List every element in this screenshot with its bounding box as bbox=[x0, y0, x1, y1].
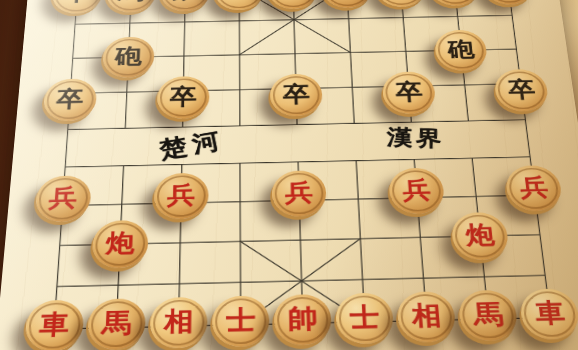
piece-label: 兵 bbox=[48, 186, 78, 210]
piece-black-horse[interactable]: 馬 bbox=[105, 0, 156, 13]
piece-red-soldier[interactable]: 兵 bbox=[153, 173, 208, 220]
piece-red-cannon[interactable]: 炮 bbox=[91, 220, 148, 269]
piece-red-advisor[interactable]: 士 bbox=[212, 295, 270, 347]
piece-black-soldier[interactable]: 卒 bbox=[42, 78, 97, 121]
piece-red-elephant[interactable]: 相 bbox=[396, 291, 457, 343]
piece-red-soldier[interactable]: 兵 bbox=[388, 168, 446, 215]
piece-black-advisor[interactable]: 士 bbox=[321, 0, 373, 8]
piece-label: 車 bbox=[64, 0, 91, 4]
piece-label: 士 bbox=[226, 307, 256, 334]
piece-label: 兵 bbox=[167, 183, 196, 207]
piece-red-advisor[interactable]: 士 bbox=[335, 292, 395, 344]
piece-black-chariot[interactable]: 車 bbox=[51, 0, 103, 14]
piece-red-soldier[interactable]: 兵 bbox=[34, 175, 92, 222]
xiangqi-photo-scene: 楚河 漢界 車馬象士將士象馬車砲砲卒卒卒卒卒兵兵兵兵兵炮炮車馬相士帥士相馬車 bbox=[0, 0, 578, 350]
piece-black-general[interactable]: 將 bbox=[268, 0, 319, 10]
piece-label: 馬 bbox=[472, 301, 504, 328]
piece-red-horse[interactable]: 馬 bbox=[458, 290, 520, 342]
board-intersections: 車馬象士將士象馬車砲砲卒卒卒卒卒兵兵兵兵兵炮炮車馬相士帥士相馬車 bbox=[21, 0, 578, 350]
piece-label: 馬 bbox=[101, 310, 132, 337]
piece-label: 象 bbox=[172, 0, 198, 1]
piece-black-soldier[interactable]: 卒 bbox=[382, 71, 437, 114]
piece-red-elephant[interactable]: 相 bbox=[149, 297, 207, 349]
piece-red-horse[interactable]: 馬 bbox=[86, 298, 145, 350]
piece-black-elephant[interactable]: 象 bbox=[160, 0, 210, 12]
xiangqi-board: 楚河 漢界 車馬象士將士象馬車砲砲卒卒卒卒卒兵兵兵兵兵炮炮車馬相士帥士相馬車 bbox=[0, 0, 578, 350]
piece-red-general[interactable]: 帥 bbox=[274, 294, 332, 346]
piece-red-chariot[interactable]: 車 bbox=[519, 288, 578, 340]
piece-red-soldier[interactable]: 兵 bbox=[504, 165, 564, 212]
piece-black-soldier[interactable]: 卒 bbox=[493, 69, 550, 112]
piece-label: 兵 bbox=[402, 178, 432, 202]
piece-label: 砲 bbox=[447, 39, 475, 60]
piece-label: 卒 bbox=[507, 78, 536, 100]
piece-black-cannon[interactable]: 砲 bbox=[102, 36, 155, 78]
piece-label: 卒 bbox=[282, 83, 309, 105]
piece-label: 卒 bbox=[56, 88, 84, 110]
piece-black-horse[interactable]: 馬 bbox=[428, 0, 481, 6]
piece-label: 卒 bbox=[395, 81, 423, 103]
piece-black-advisor[interactable]: 士 bbox=[214, 0, 264, 11]
piece-red-chariot[interactable]: 車 bbox=[24, 300, 85, 350]
piece-label: 士 bbox=[349, 304, 380, 331]
piece-label: 兵 bbox=[519, 175, 550, 199]
piece-red-cannon[interactable]: 炮 bbox=[451, 212, 511, 261]
piece-label: 炮 bbox=[105, 231, 135, 256]
piece-label: 車 bbox=[534, 300, 567, 327]
piece-label: 相 bbox=[411, 303, 442, 330]
piece-black-soldier[interactable]: 卒 bbox=[270, 74, 323, 117]
piece-red-soldier[interactable]: 兵 bbox=[272, 170, 327, 217]
piece-black-soldier[interactable]: 卒 bbox=[156, 76, 209, 119]
piece-label: 馬 bbox=[118, 0, 145, 3]
piece-label: 車 bbox=[38, 311, 69, 338]
piece-label: 相 bbox=[163, 308, 193, 335]
piece-black-elephant[interactable]: 象 bbox=[375, 0, 427, 7]
piece-black-cannon[interactable]: 砲 bbox=[434, 30, 489, 72]
piece-label: 兵 bbox=[285, 180, 314, 204]
piece-label: 卒 bbox=[169, 86, 196, 108]
piece-black-chariot[interactable]: 車 bbox=[481, 0, 535, 5]
piece-label: 炮 bbox=[465, 223, 496, 248]
piece-label: 帥 bbox=[288, 305, 318, 332]
piece-label: 砲 bbox=[115, 46, 142, 68]
